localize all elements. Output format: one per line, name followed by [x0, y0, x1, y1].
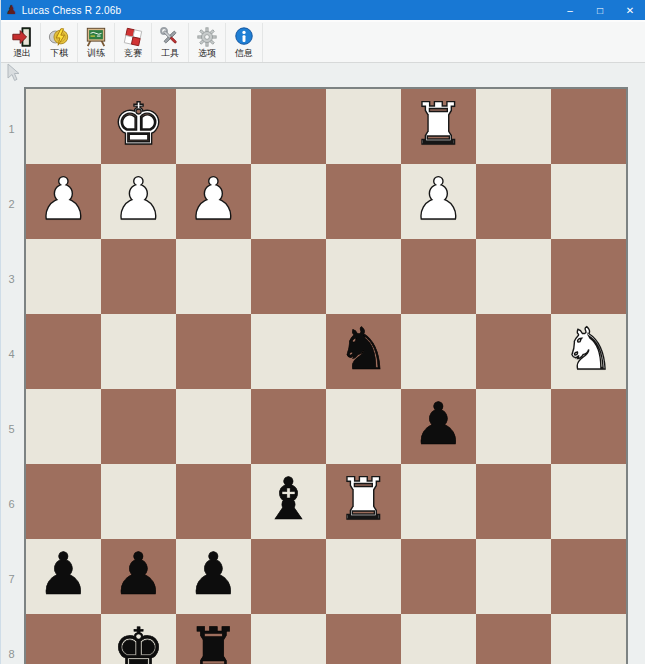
square-h8[interactable]: [26, 614, 101, 664]
chalkboard-icon: [85, 26, 107, 48]
black-king: ♚: [113, 620, 165, 664]
white-pawn: ♟: [413, 170, 465, 228]
square-e1[interactable]: [251, 89, 326, 164]
square-c5[interactable]: ♟: [401, 389, 476, 464]
wrench-screwdriver-icon: [159, 26, 181, 48]
rank-label-3: 3: [1, 241, 22, 316]
white-pawn: ♟: [38, 170, 90, 228]
square-a6[interactable]: [551, 464, 626, 539]
toolbar-label: 信息: [235, 49, 253, 58]
title-bar: ♟ Lucas Chess R 2.06b – □ ✕: [1, 0, 645, 20]
white-knight: ♞: [563, 320, 615, 378]
board-panel: 12345678 ♚♜♟♟♟♟♞♞♟♝♜♟♟♟♚♜: [1, 63, 645, 664]
square-b5[interactable]: [476, 389, 551, 464]
rank-label-4: 4: [1, 316, 22, 391]
square-h1[interactable]: [26, 89, 101, 164]
info-button[interactable]: 信息: [226, 23, 263, 62]
square-b6[interactable]: [476, 464, 551, 539]
window-controls: – □ ✕: [555, 0, 645, 20]
square-a7[interactable]: [551, 539, 626, 614]
square-e3[interactable]: [251, 239, 326, 314]
white-pawn: ♟: [188, 170, 240, 228]
main-toolbar: 退出 下棋 训练: [1, 20, 645, 63]
black-pawn: ♟: [413, 395, 465, 453]
gear-icon: [196, 26, 218, 48]
maximize-button[interactable]: □: [585, 0, 615, 20]
square-f2[interactable]: ♟: [176, 164, 251, 239]
black-pawn: ♟: [38, 545, 90, 603]
white-king: ♚: [113, 95, 165, 153]
square-f6[interactable]: [176, 464, 251, 539]
square-d2[interactable]: [326, 164, 401, 239]
square-b8[interactable]: [476, 614, 551, 664]
square-e2[interactable]: [251, 164, 326, 239]
square-a4[interactable]: ♞: [551, 314, 626, 389]
square-c1[interactable]: ♜: [401, 89, 476, 164]
checkered-tile-icon: [122, 26, 144, 48]
square-d6[interactable]: ♜: [326, 464, 401, 539]
square-d7[interactable]: [326, 539, 401, 614]
rank-label-6: 6: [1, 466, 22, 541]
square-d3[interactable]: [326, 239, 401, 314]
rank-label-7: 7: [1, 541, 22, 616]
square-h7[interactable]: ♟: [26, 539, 101, 614]
square-g3[interactable]: [101, 239, 176, 314]
square-e5[interactable]: [251, 389, 326, 464]
square-c8[interactable]: [401, 614, 476, 664]
square-c6[interactable]: [401, 464, 476, 539]
window-title: Lucas Chess R 2.06b: [22, 5, 121, 16]
exit-door-icon: [11, 26, 33, 48]
toolbar-label: 训练: [87, 49, 105, 58]
square-f1[interactable]: [176, 89, 251, 164]
square-d1[interactable]: [326, 89, 401, 164]
square-e8[interactable]: [251, 614, 326, 664]
mouse-cursor-icon: [6, 63, 22, 87]
square-f5[interactable]: [176, 389, 251, 464]
square-e7[interactable]: [251, 539, 326, 614]
train-button[interactable]: 训练: [78, 23, 115, 62]
white-rook: ♜: [413, 95, 465, 153]
rank-label-8: 8: [1, 616, 22, 664]
square-f7[interactable]: ♟: [176, 539, 251, 614]
square-c4[interactable]: [401, 314, 476, 389]
white-pawn: ♟: [113, 170, 165, 228]
black-pawn: ♟: [188, 545, 240, 603]
square-a1[interactable]: [551, 89, 626, 164]
square-g2[interactable]: ♟: [101, 164, 176, 239]
square-a8[interactable]: [551, 614, 626, 664]
black-pawn: ♟: [113, 545, 165, 603]
square-b1[interactable]: [476, 89, 551, 164]
square-h4[interactable]: [26, 314, 101, 389]
exit-button[interactable]: 退出: [4, 23, 41, 62]
rank-label-2: 2: [1, 166, 22, 241]
coin-lightning-icon: [48, 26, 70, 48]
toolbar-label: 下棋: [50, 49, 68, 58]
square-g4[interactable]: [101, 314, 176, 389]
square-c7[interactable]: [401, 539, 476, 614]
square-h5[interactable]: [26, 389, 101, 464]
compete-button[interactable]: 竞赛: [115, 23, 152, 62]
info-icon: [233, 26, 255, 48]
app-window: ♟ Lucas Chess R 2.06b – □ ✕ 退出 下棋: [0, 0, 645, 664]
square-b3[interactable]: [476, 239, 551, 314]
square-g6[interactable]: [101, 464, 176, 539]
square-h2[interactable]: ♟: [26, 164, 101, 239]
square-d8[interactable]: [326, 614, 401, 664]
toolbar-label: 竞赛: [124, 49, 142, 58]
square-a5[interactable]: [551, 389, 626, 464]
square-h6[interactable]: [26, 464, 101, 539]
square-g1[interactable]: ♚: [101, 89, 176, 164]
square-d4[interactable]: ♞: [326, 314, 401, 389]
chess-board: ♚♜♟♟♟♟♞♞♟♝♜♟♟♟♚♜: [24, 87, 628, 664]
options-button[interactable]: 选项: [189, 23, 226, 62]
app-pawn-icon: ♟: [6, 4, 17, 16]
toolbar-label: 退出: [13, 49, 31, 58]
square-b2[interactable]: [476, 164, 551, 239]
square-f4[interactable]: [176, 314, 251, 389]
toolbar-label: 选项: [198, 49, 216, 58]
square-d5[interactable]: [326, 389, 401, 464]
black-knight: ♞: [338, 320, 390, 378]
square-b4[interactable]: [476, 314, 551, 389]
toolbar-label: 工具: [161, 49, 179, 58]
rank-label-1: 1: [1, 91, 22, 166]
tools-button[interactable]: 工具: [152, 23, 189, 62]
square-c2[interactable]: ♟: [401, 164, 476, 239]
square-f8[interactable]: ♜: [176, 614, 251, 664]
rank-label-5: 5: [1, 391, 22, 466]
square-a2[interactable]: [551, 164, 626, 239]
close-button[interactable]: ✕: [615, 0, 645, 20]
square-e4[interactable]: [251, 314, 326, 389]
play-button[interactable]: 下棋: [41, 23, 78, 62]
square-g7[interactable]: ♟: [101, 539, 176, 614]
square-f3[interactable]: [176, 239, 251, 314]
black-bishop: ♝: [263, 470, 315, 528]
square-c3[interactable]: [401, 239, 476, 314]
square-g5[interactable]: [101, 389, 176, 464]
black-rook: ♜: [188, 620, 240, 664]
white-rook: ♜: [338, 470, 390, 528]
square-g8[interactable]: ♚: [101, 614, 176, 664]
minimize-button[interactable]: –: [555, 0, 585, 20]
square-b7[interactable]: [476, 539, 551, 614]
square-e6[interactable]: ♝: [251, 464, 326, 539]
square-h3[interactable]: [26, 239, 101, 314]
square-a3[interactable]: [551, 239, 626, 314]
